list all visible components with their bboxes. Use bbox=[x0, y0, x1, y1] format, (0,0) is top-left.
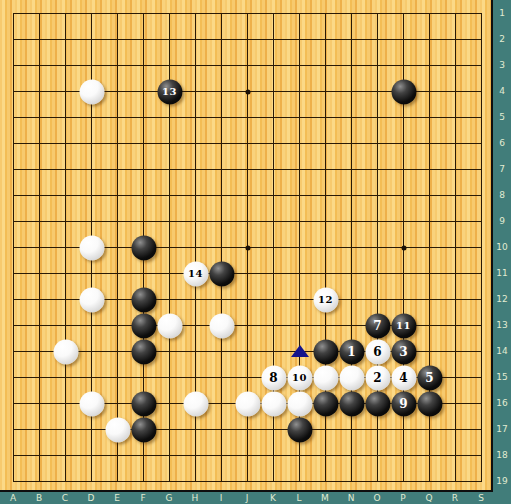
move-number: 6 bbox=[373, 346, 381, 358]
star-point bbox=[401, 245, 406, 250]
stone-black-F14 bbox=[131, 339, 156, 364]
stone-white-H16 bbox=[183, 391, 208, 416]
row-label-11: 11 bbox=[493, 267, 511, 279]
row-label-3: 3 bbox=[493, 59, 511, 71]
column-label-O: O bbox=[369, 493, 385, 504]
stone-black-N16 bbox=[339, 391, 364, 416]
stone-black-O13: 7 bbox=[365, 313, 390, 338]
stone-black-M16 bbox=[313, 391, 338, 416]
column-label-H: H bbox=[187, 493, 203, 504]
row-label-6: 6 bbox=[493, 137, 511, 149]
stone-black-P4 bbox=[391, 79, 416, 104]
row-label-2: 2 bbox=[493, 33, 511, 45]
column-label-D: D bbox=[83, 493, 99, 504]
row-label-12: 12 bbox=[493, 293, 511, 305]
row-label-16: 16 bbox=[493, 397, 511, 409]
grid-line-vertical bbox=[481, 13, 482, 482]
column-label-N: N bbox=[343, 493, 359, 504]
stone-black-F10 bbox=[131, 235, 156, 260]
triangle-marker bbox=[291, 345, 309, 357]
stone-black-Q16 bbox=[417, 391, 442, 416]
column-label-C: C bbox=[57, 493, 73, 504]
stone-white-D10 bbox=[79, 235, 104, 260]
column-label-I: I bbox=[213, 493, 229, 504]
move-number: 8 bbox=[269, 372, 277, 384]
move-number: 11 bbox=[396, 321, 411, 331]
stone-white-E17 bbox=[105, 417, 130, 442]
column-label-G: G bbox=[161, 493, 177, 504]
grid-line-horizontal bbox=[13, 429, 482, 430]
grid-line-horizontal bbox=[13, 481, 482, 482]
row-label-14: 14 bbox=[493, 345, 511, 357]
column-label-A: A bbox=[5, 493, 21, 504]
row-label-8: 8 bbox=[493, 189, 511, 201]
stone-white-M12: 12 bbox=[313, 287, 338, 312]
move-number: 12 bbox=[318, 295, 333, 305]
column-label-F: F bbox=[135, 493, 151, 504]
row-label-5: 5 bbox=[493, 111, 511, 123]
row-label-10: 10 bbox=[493, 241, 511, 253]
stone-white-K16 bbox=[261, 391, 286, 416]
stone-black-F13 bbox=[131, 313, 156, 338]
row-label-17: 17 bbox=[493, 423, 511, 435]
move-number: 14 bbox=[188, 269, 203, 279]
stone-black-N14: 1 bbox=[339, 339, 364, 364]
stone-white-O14: 6 bbox=[365, 339, 390, 364]
row-label-18: 18 bbox=[493, 449, 511, 461]
move-number: 4 bbox=[399, 372, 407, 384]
row-label-15: 15 bbox=[493, 371, 511, 383]
stone-white-P15: 4 bbox=[391, 365, 416, 390]
column-label-R: R bbox=[447, 493, 463, 504]
grid-line-horizontal bbox=[13, 273, 482, 274]
go-game-screenshot: 1314127111638102459 12345678910111213141… bbox=[0, 0, 511, 504]
stone-white-M15 bbox=[313, 365, 338, 390]
grid-line-horizontal bbox=[13, 455, 482, 456]
stone-black-G4: 13 bbox=[157, 79, 182, 104]
stone-black-P16: 9 bbox=[391, 391, 416, 416]
stone-white-H11: 14 bbox=[183, 261, 208, 286]
column-label-J: J bbox=[239, 493, 255, 504]
go-board[interactable]: 1314127111638102459 bbox=[0, 0, 493, 492]
column-label-K: K bbox=[265, 493, 281, 504]
star-point bbox=[245, 89, 250, 94]
stone-white-C14 bbox=[53, 339, 78, 364]
column-coordinate-strip: ABCDEFGHIJKLMNOPQRS bbox=[0, 492, 493, 504]
column-label-M: M bbox=[317, 493, 333, 504]
star-point bbox=[245, 245, 250, 250]
move-number: 10 bbox=[292, 373, 307, 383]
move-number: 5 bbox=[425, 372, 433, 384]
stone-black-O16 bbox=[365, 391, 390, 416]
row-label-19: 19 bbox=[493, 475, 511, 487]
stone-black-P14: 3 bbox=[391, 339, 416, 364]
stone-white-I13 bbox=[209, 313, 234, 338]
column-label-Q: Q bbox=[421, 493, 437, 504]
row-label-7: 7 bbox=[493, 163, 511, 175]
stone-white-D4 bbox=[79, 79, 104, 104]
stone-white-L15: 10 bbox=[287, 365, 312, 390]
move-number: 9 bbox=[399, 398, 407, 410]
row-label-1: 1 bbox=[493, 7, 511, 19]
stone-black-Q15: 5 bbox=[417, 365, 442, 390]
column-label-P: P bbox=[395, 493, 411, 504]
row-coordinate-strip: 12345678910111213141516171819 bbox=[493, 0, 511, 504]
move-number: 1 bbox=[347, 346, 355, 358]
stone-white-D12 bbox=[79, 287, 104, 312]
move-number: 13 bbox=[162, 87, 177, 97]
column-label-E: E bbox=[109, 493, 125, 504]
stone-black-M14 bbox=[313, 339, 338, 364]
stone-white-L16 bbox=[287, 391, 312, 416]
stone-white-G13 bbox=[157, 313, 182, 338]
stone-white-O15: 2 bbox=[365, 365, 390, 390]
stone-black-F17 bbox=[131, 417, 156, 442]
column-label-S: S bbox=[473, 493, 489, 504]
move-number: 7 bbox=[373, 320, 381, 332]
column-label-B: B bbox=[31, 493, 47, 504]
stone-black-P13: 11 bbox=[391, 313, 416, 338]
move-number: 3 bbox=[399, 346, 407, 358]
grid-line-vertical bbox=[455, 13, 456, 482]
row-label-4: 4 bbox=[493, 85, 511, 97]
stone-white-D16 bbox=[79, 391, 104, 416]
stone-black-F16 bbox=[131, 391, 156, 416]
move-number: 2 bbox=[373, 372, 381, 384]
stone-white-N15 bbox=[339, 365, 364, 390]
column-label-L: L bbox=[291, 493, 307, 504]
stone-black-F12 bbox=[131, 287, 156, 312]
row-label-9: 9 bbox=[493, 215, 511, 227]
stone-black-L17 bbox=[287, 417, 312, 442]
stone-white-K15: 8 bbox=[261, 365, 286, 390]
row-label-13: 13 bbox=[493, 319, 511, 331]
stone-white-J16 bbox=[235, 391, 260, 416]
stone-black-I11 bbox=[209, 261, 234, 286]
